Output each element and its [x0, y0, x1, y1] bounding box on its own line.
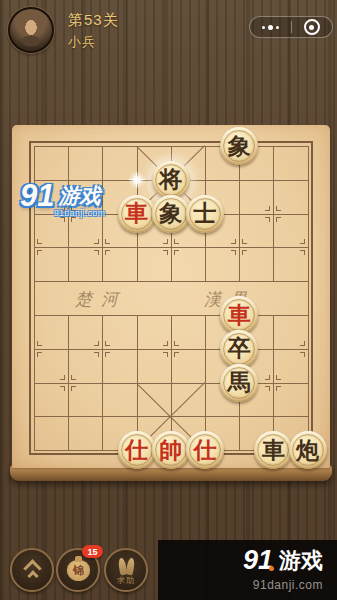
sparkle-effect — [128, 171, 146, 189]
hint-count-badge: 15 — [82, 545, 103, 558]
point-marker — [300, 239, 305, 244]
point-marker — [265, 217, 270, 222]
piece-label: 仕 — [194, 439, 217, 462]
point-marker — [71, 217, 76, 222]
point-marker — [37, 341, 42, 346]
point-marker — [231, 239, 236, 244]
grid-line — [34, 281, 308, 282]
point-marker — [300, 341, 305, 346]
brand-url: 91danji.com — [253, 578, 323, 592]
point-marker — [163, 250, 168, 255]
point-marker — [94, 352, 99, 357]
point-marker — [265, 206, 270, 211]
point-marker — [276, 217, 281, 222]
point-marker — [242, 239, 247, 244]
point-marker — [276, 206, 281, 211]
point-marker — [276, 386, 281, 391]
ellipsis-icon — [276, 26, 279, 29]
point-marker — [174, 352, 179, 357]
point-marker — [105, 341, 110, 346]
piece-black-soldier[interactable]: 卒 — [220, 330, 258, 368]
xiangqi-board[interactable]: 楚河 漢界 象将車象士車卒馬仕帥仕車炮 — [12, 125, 330, 468]
point-marker — [71, 375, 76, 380]
help-label: 求助 — [106, 575, 146, 586]
piece-label: 車 — [125, 202, 148, 225]
point-marker — [300, 352, 305, 357]
piece-label: 象 — [228, 135, 251, 158]
piece-label: 車 — [228, 304, 251, 327]
piece-black-elephant[interactable]: 象 — [220, 127, 258, 165]
point-marker — [71, 386, 76, 391]
point-marker — [174, 250, 179, 255]
piece-black-horse[interactable]: 馬 — [220, 364, 258, 402]
grid-line — [171, 315, 172, 450]
piece-label: 士 — [194, 202, 217, 225]
app-screen: 第53关 小兵 楚河 漢界 象将車象士車卒馬仕帥仕車炮 91 游戏 91danj… — [0, 0, 337, 600]
grid-line — [308, 146, 309, 450]
piece-red-advisor[interactable]: 仕 — [186, 431, 224, 469]
piece-black-cannon[interactable]: 炮 — [289, 431, 327, 469]
piece-label: 車 — [262, 439, 285, 462]
ellipsis-icon — [262, 26, 265, 29]
grid-line — [68, 146, 69, 281]
grid-line — [102, 315, 103, 450]
grid-line — [102, 146, 103, 281]
grid-line — [273, 315, 274, 450]
player-avatar[interactable] — [8, 7, 54, 53]
point-marker — [174, 239, 179, 244]
piece-label: 象 — [159, 202, 182, 225]
orange-dot-icon — [269, 566, 274, 571]
piece-label: 卒 — [228, 337, 251, 360]
point-marker — [300, 250, 305, 255]
brand-logo-number: 91 — [243, 548, 273, 572]
point-marker — [265, 386, 270, 391]
point-marker — [60, 386, 65, 391]
piece-label: 馬 — [228, 371, 251, 394]
grid-line — [273, 146, 274, 281]
piece-black-advisor[interactable]: 士 — [186, 195, 224, 233]
grid-line — [239, 146, 240, 281]
money-bag-icon: 锦 — [67, 560, 90, 581]
brand-banner: 91 游戏 91danji.com — [158, 540, 337, 600]
praying-hands-icon — [126, 558, 136, 576]
grid-line — [68, 315, 69, 450]
piece-black-general[interactable]: 将 — [152, 161, 190, 199]
ask-help-button[interactable]: 求助 — [104, 548, 148, 592]
piece-red-chariot[interactable]: 車 — [220, 296, 258, 334]
piece-red-general[interactable]: 帥 — [152, 431, 190, 469]
point-marker — [174, 341, 179, 346]
point-marker — [163, 352, 168, 357]
wechat-capsule — [249, 16, 333, 38]
point-marker — [163, 239, 168, 244]
point-marker — [105, 250, 110, 255]
piece-black-chariot[interactable]: 車 — [254, 431, 292, 469]
point-marker — [265, 375, 270, 380]
player-rank-label: 小兵 — [68, 33, 96, 51]
level-title: 第53关 — [68, 11, 119, 30]
point-marker — [37, 239, 42, 244]
point-marker — [94, 341, 99, 346]
piece-label: 帥 — [159, 439, 182, 462]
piece-red-advisor[interactable]: 仕 — [118, 431, 156, 469]
point-marker — [60, 206, 65, 211]
exit-button[interactable] — [291, 17, 332, 37]
grid-line — [34, 146, 35, 450]
point-marker — [276, 375, 281, 380]
piece-red-chariot[interactable]: 車 — [118, 195, 156, 233]
point-marker — [105, 239, 110, 244]
point-marker — [231, 250, 236, 255]
ellipsis-icon — [268, 25, 273, 30]
point-marker — [163, 341, 168, 346]
piece-black-elephant[interactable]: 象 — [152, 195, 190, 233]
point-marker — [242, 250, 247, 255]
brand-logo-text: 游戏 — [279, 550, 323, 572]
point-marker — [60, 217, 65, 222]
point-marker — [94, 250, 99, 255]
expand-menu-button[interactable] — [10, 548, 54, 592]
piece-label: 炮 — [296, 439, 319, 462]
point-marker — [105, 352, 110, 357]
point-marker — [94, 239, 99, 244]
point-marker — [37, 352, 42, 357]
point-marker — [71, 206, 76, 211]
point-marker — [60, 375, 65, 380]
more-menu-button[interactable] — [250, 17, 291, 37]
target-circle-icon — [304, 19, 320, 35]
piece-label: 将 — [159, 168, 182, 191]
piece-label: 仕 — [125, 439, 148, 462]
point-marker — [37, 250, 42, 255]
